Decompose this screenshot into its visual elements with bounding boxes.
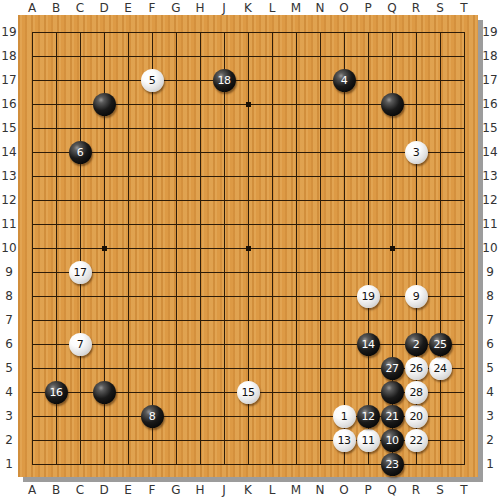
row-label-right-16: 16 (481, 96, 499, 112)
column-label-top-P: P (358, 1, 378, 15)
stone-Q1-move-23[interactable]: 23 (381, 453, 404, 476)
stone-C14-move-6[interactable]: 6 (69, 141, 92, 164)
stone-S5-move-24[interactable]: 24 (429, 357, 452, 380)
stone-R2-move-22[interactable]: 22 (405, 429, 428, 452)
row-label-right-15: 15 (481, 120, 499, 136)
stone-J17-move-18[interactable]: 18 (213, 69, 236, 92)
stone-Q16-handicap[interactable] (381, 93, 404, 116)
row-label-left-10: 10 (0, 240, 18, 256)
column-label-top-D: D (94, 1, 114, 15)
row-label-left-6: 6 (0, 336, 18, 352)
column-label-bottom-T: T (454, 483, 474, 497)
column-label-top-H: H (190, 1, 210, 15)
column-label-bottom-E: E (118, 483, 138, 497)
row-label-right-5: 5 (481, 360, 499, 376)
column-label-top-O: O (334, 1, 354, 15)
row-label-left-4: 4 (0, 384, 18, 400)
stones-grid[interactable]: 1234567891011121314151617181920212223242… (20, 20, 476, 476)
column-label-top-Q: Q (382, 1, 402, 15)
stone-P8-move-19[interactable]: 19 (357, 285, 380, 308)
row-label-left-17: 17 (0, 72, 18, 88)
stone-F3-move-8[interactable]: 8 (141, 405, 164, 428)
row-label-right-7: 7 (481, 312, 499, 328)
go-kifu-screenshot: ABCDEFGHJKLMNOPQRST ABCDEFGHJKLMNOPQRST … (0, 0, 500, 500)
row-label-left-19: 19 (0, 24, 18, 40)
column-label-top-A: A (22, 1, 42, 15)
stone-D4-handicap[interactable] (93, 381, 116, 404)
stone-Q4-handicap[interactable] (381, 381, 404, 404)
row-label-left-18: 18 (0, 48, 18, 64)
stone-R3-move-20[interactable]: 20 (405, 405, 428, 428)
row-label-right-17: 17 (481, 72, 499, 88)
row-label-right-18: 18 (481, 48, 499, 64)
stone-P6-move-14[interactable]: 14 (357, 333, 380, 356)
row-label-right-8: 8 (481, 288, 499, 304)
column-label-top-C: C (70, 1, 90, 15)
column-label-bottom-B: B (46, 483, 66, 497)
stone-S6-move-25[interactable]: 25 (429, 333, 452, 356)
row-label-left-13: 13 (0, 168, 18, 184)
column-label-bottom-S: S (430, 483, 450, 497)
row-label-right-10: 10 (481, 240, 499, 256)
stone-Q5-move-27[interactable]: 27 (381, 357, 404, 380)
column-label-top-B: B (46, 1, 66, 15)
column-label-bottom-C: C (70, 483, 90, 497)
stone-O17-move-4[interactable]: 4 (333, 69, 356, 92)
column-label-bottom-N: N (310, 483, 330, 497)
stone-D16-handicap[interactable] (93, 93, 116, 116)
column-label-top-J: J (214, 1, 234, 15)
row-label-right-11: 11 (481, 216, 499, 232)
row-label-left-12: 12 (0, 192, 18, 208)
row-label-right-19: 19 (481, 24, 499, 40)
column-label-bottom-M: M (286, 483, 306, 497)
column-label-top-K: K (238, 1, 258, 15)
row-label-left-15: 15 (0, 120, 18, 136)
column-label-bottom-R: R (406, 483, 426, 497)
stone-O3-move-1[interactable]: 1 (333, 405, 356, 428)
row-label-right-9: 9 (481, 264, 499, 280)
row-label-right-1: 1 (481, 456, 499, 472)
row-label-right-13: 13 (481, 168, 499, 184)
row-label-right-14: 14 (481, 144, 499, 160)
column-label-top-N: N (310, 1, 330, 15)
stone-P2-move-11[interactable]: 11 (357, 429, 380, 452)
column-label-bottom-K: K (238, 483, 258, 497)
row-label-left-1: 1 (0, 456, 18, 472)
column-label-top-S: S (430, 1, 450, 15)
row-label-left-14: 14 (0, 144, 18, 160)
row-label-left-9: 9 (0, 264, 18, 280)
column-label-bottom-F: F (142, 483, 162, 497)
column-label-bottom-J: J (214, 483, 234, 497)
row-label-right-3: 3 (481, 408, 499, 424)
row-label-right-2: 2 (481, 432, 499, 448)
stone-F17-move-5[interactable]: 5 (141, 69, 164, 92)
column-label-top-L: L (262, 1, 282, 15)
row-label-left-2: 2 (0, 432, 18, 448)
column-label-top-R: R (406, 1, 426, 15)
stone-O2-move-13[interactable]: 13 (333, 429, 356, 452)
column-label-top-M: M (286, 1, 306, 15)
row-label-left-16: 16 (0, 96, 18, 112)
row-label-left-8: 8 (0, 288, 18, 304)
column-label-bottom-H: H (190, 483, 210, 497)
stone-R8-move-9[interactable]: 9 (405, 285, 428, 308)
column-label-bottom-Q: Q (382, 483, 402, 497)
column-label-bottom-L: L (262, 483, 282, 497)
column-label-top-E: E (118, 1, 138, 15)
stone-P3-move-12[interactable]: 12 (357, 405, 380, 428)
stone-C9-move-17[interactable]: 17 (69, 261, 92, 284)
goban[interactable]: 1234567891011121314151617181920212223242… (18, 15, 478, 477)
row-label-right-4: 4 (481, 384, 499, 400)
stone-K4-move-15[interactable]: 15 (237, 381, 260, 404)
row-label-right-6: 6 (481, 336, 499, 352)
column-label-bottom-G: G (166, 483, 186, 497)
column-label-bottom-A: A (22, 483, 42, 497)
stone-R4-move-28[interactable]: 28 (405, 381, 428, 404)
stone-R6-move-2[interactable]: 2 (405, 333, 428, 356)
stone-C6-move-7[interactable]: 7 (69, 333, 92, 356)
row-label-left-5: 5 (0, 360, 18, 376)
column-label-top-F: F (142, 1, 162, 15)
row-label-left-3: 3 (0, 408, 18, 424)
row-label-left-7: 7 (0, 312, 18, 328)
stone-Q3-move-21[interactable]: 21 (381, 405, 404, 428)
column-label-top-T: T (454, 1, 474, 15)
stone-R5-move-26[interactable]: 26 (405, 357, 428, 380)
stone-R14-move-3[interactable]: 3 (405, 141, 428, 164)
row-label-right-12: 12 (481, 192, 499, 208)
column-label-top-G: G (166, 1, 186, 15)
column-label-bottom-O: O (334, 483, 354, 497)
column-label-bottom-P: P (358, 483, 378, 497)
column-label-bottom-D: D (94, 483, 114, 497)
stone-Q2-move-10[interactable]: 10 (381, 429, 404, 452)
row-label-left-11: 11 (0, 216, 18, 232)
stone-B4-move-16[interactable]: 16 (45, 381, 68, 404)
